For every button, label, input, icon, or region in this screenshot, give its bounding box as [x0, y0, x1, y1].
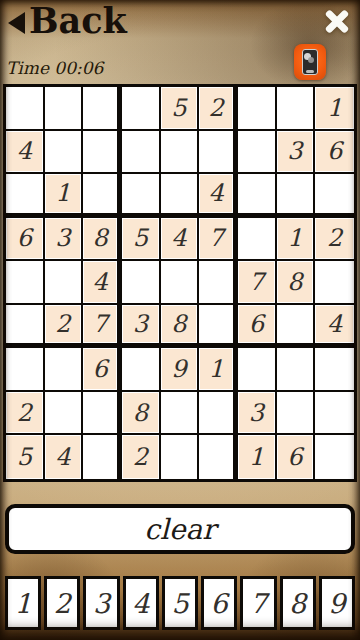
- close-icon[interactable]: [320, 4, 354, 38]
- cell-r1c6[interactable]: 2: [199, 87, 238, 131]
- cell-r2c4[interactable]: [122, 131, 161, 175]
- back-arrow-icon: [8, 12, 25, 34]
- cell-r7c5[interactable]: 9: [161, 348, 200, 392]
- cell-r8c2[interactable]: [45, 392, 84, 436]
- cell-r8c4[interactable]: 8: [122, 392, 161, 436]
- cell-r1c9[interactable]: 1: [315, 87, 354, 131]
- back-button-label: Back: [29, 0, 127, 42]
- numpad-key-1[interactable]: 1: [5, 576, 41, 630]
- cell-r7c4[interactable]: [122, 348, 161, 392]
- number-pad: 123456789: [5, 576, 355, 630]
- cell-r5c5[interactable]: [161, 261, 200, 305]
- cell-r9c5[interactable]: [161, 435, 200, 479]
- cell-r7c6[interactable]: 1: [199, 348, 238, 392]
- cell-r8c1[interactable]: 2: [6, 392, 45, 436]
- cell-r5c2[interactable]: [45, 261, 84, 305]
- numpad-key-3[interactable]: 3: [83, 576, 119, 630]
- cell-r2c3[interactable]: [83, 131, 122, 175]
- cell-r8c7[interactable]: 3: [238, 392, 277, 436]
- cell-r5c9[interactable]: [315, 261, 354, 305]
- cell-r7c2[interactable]: [45, 348, 84, 392]
- cell-r1c1[interactable]: [6, 87, 45, 131]
- cell-r1c3[interactable]: [83, 87, 122, 131]
- cell-r6c6[interactable]: [199, 305, 238, 349]
- cell-r8c8[interactable]: [277, 392, 316, 436]
- phone-app-icon[interactable]: [294, 44, 326, 80]
- cell-r8c9[interactable]: [315, 392, 354, 436]
- numpad-key-8[interactable]: 8: [280, 576, 316, 630]
- cell-r9c1[interactable]: 5: [6, 435, 45, 479]
- cell-r3c8[interactable]: [277, 174, 316, 218]
- cell-r7c9[interactable]: [315, 348, 354, 392]
- numpad-key-5[interactable]: 5: [162, 576, 198, 630]
- cell-r9c4[interactable]: 2: [122, 435, 161, 479]
- cell-r9c8[interactable]: 6: [277, 435, 316, 479]
- cell-r9c9[interactable]: [315, 435, 354, 479]
- cell-r7c1[interactable]: [6, 348, 45, 392]
- cell-r6c1[interactable]: [6, 305, 45, 349]
- sudoku-app-screen: Back Time 00:06 521436146385471247827386…: [0, 0, 360, 640]
- cell-r3c6[interactable]: 4: [199, 174, 238, 218]
- cell-r5c6[interactable]: [199, 261, 238, 305]
- cell-r6c4[interactable]: 3: [122, 305, 161, 349]
- numpad-key-2[interactable]: 2: [44, 576, 80, 630]
- cell-r6c5[interactable]: 8: [161, 305, 200, 349]
- back-button[interactable]: Back: [8, 0, 127, 42]
- numpad-key-4[interactable]: 4: [123, 576, 159, 630]
- cell-r5c3[interactable]: 4: [83, 261, 122, 305]
- timer-display: Time 00:06: [6, 58, 103, 78]
- cell-r2c6[interactable]: [199, 131, 238, 175]
- cell-r8c6[interactable]: [199, 392, 238, 436]
- cell-r2c5[interactable]: [161, 131, 200, 175]
- numpad-key-9[interactable]: 9: [319, 576, 355, 630]
- phone-homebar: [306, 70, 314, 73]
- cell-r4c1[interactable]: 6: [6, 218, 45, 262]
- cell-r3c4[interactable]: [122, 174, 161, 218]
- cell-r1c2[interactable]: [45, 87, 84, 131]
- numpad-key-7[interactable]: 7: [240, 576, 276, 630]
- cell-r8c5[interactable]: [161, 392, 200, 436]
- cell-r3c2[interactable]: 1: [45, 174, 84, 218]
- cell-r8c3[interactable]: [83, 392, 122, 436]
- cell-r1c5[interactable]: 5: [161, 87, 200, 131]
- cell-r2c7[interactable]: [238, 131, 277, 175]
- cell-r6c7[interactable]: 6: [238, 305, 277, 349]
- cell-r7c7[interactable]: [238, 348, 277, 392]
- cell-r7c8[interactable]: [277, 348, 316, 392]
- cell-r6c3[interactable]: 7: [83, 305, 122, 349]
- cell-r4c8[interactable]: 1: [277, 218, 316, 262]
- cell-r4c7[interactable]: [238, 218, 277, 262]
- cell-r4c9[interactable]: 2: [315, 218, 354, 262]
- cell-r5c8[interactable]: 8: [277, 261, 316, 305]
- cell-r7c3[interactable]: 6: [83, 348, 122, 392]
- cell-r9c2[interactable]: 4: [45, 435, 84, 479]
- cell-r2c2[interactable]: [45, 131, 84, 175]
- cell-r6c8[interactable]: [277, 305, 316, 349]
- cell-r2c9[interactable]: 6: [315, 131, 354, 175]
- cell-r4c5[interactable]: 4: [161, 218, 200, 262]
- cell-r2c1[interactable]: 4: [6, 131, 45, 175]
- cell-r2c8[interactable]: 3: [277, 131, 316, 175]
- cell-r5c7[interactable]: 7: [238, 261, 277, 305]
- cell-r1c8[interactable]: [277, 87, 316, 131]
- cell-r9c7[interactable]: 1: [238, 435, 277, 479]
- cell-r3c9[interactable]: [315, 174, 354, 218]
- cell-r5c1[interactable]: [6, 261, 45, 305]
- cell-r1c4[interactable]: [122, 87, 161, 131]
- phone-screen-dot: [308, 57, 314, 63]
- cell-r3c5[interactable]: [161, 174, 200, 218]
- cell-r4c3[interactable]: 8: [83, 218, 122, 262]
- cell-r3c3[interactable]: [83, 174, 122, 218]
- cell-r3c7[interactable]: [238, 174, 277, 218]
- cell-r6c9[interactable]: 4: [315, 305, 354, 349]
- cell-r6c2[interactable]: 2: [45, 305, 84, 349]
- cell-r1c7[interactable]: [238, 87, 277, 131]
- clear-button[interactable]: clear: [5, 504, 355, 554]
- cell-r4c4[interactable]: 5: [122, 218, 161, 262]
- cell-r4c6[interactable]: 7: [199, 218, 238, 262]
- sudoku-board: 521436146385471247827386469128354216: [3, 84, 357, 482]
- cell-r9c3[interactable]: [83, 435, 122, 479]
- cell-r4c2[interactable]: 3: [45, 218, 84, 262]
- cell-r5c4[interactable]: [122, 261, 161, 305]
- cell-r3c1[interactable]: [6, 174, 45, 218]
- cell-r9c6[interactable]: [199, 435, 238, 479]
- numpad-key-6[interactable]: 6: [201, 576, 237, 630]
